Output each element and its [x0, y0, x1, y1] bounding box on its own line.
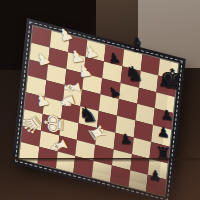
black-pawn[interactable]: ♟	[118, 133, 133, 147]
photo-scene: ♝♟♟♟♟♟♚♞♟♟♝♟♟♞♟♟♞♛♚♜♟♜♝♟	[0, 0, 200, 200]
white-knight-fallen[interactable]: ♞	[55, 92, 79, 111]
black-king[interactable]: ♚	[159, 64, 186, 95]
black-bishop[interactable]: ♝	[127, 35, 147, 56]
black-knight[interactable]: ♞	[123, 64, 145, 85]
black-pawn[interactable]: ♟	[160, 108, 174, 123]
sofa-seat	[0, 158, 200, 200]
black-pawn[interactable]: ♟	[106, 51, 122, 65]
black-pawn[interactable]: ♟	[157, 125, 170, 141]
